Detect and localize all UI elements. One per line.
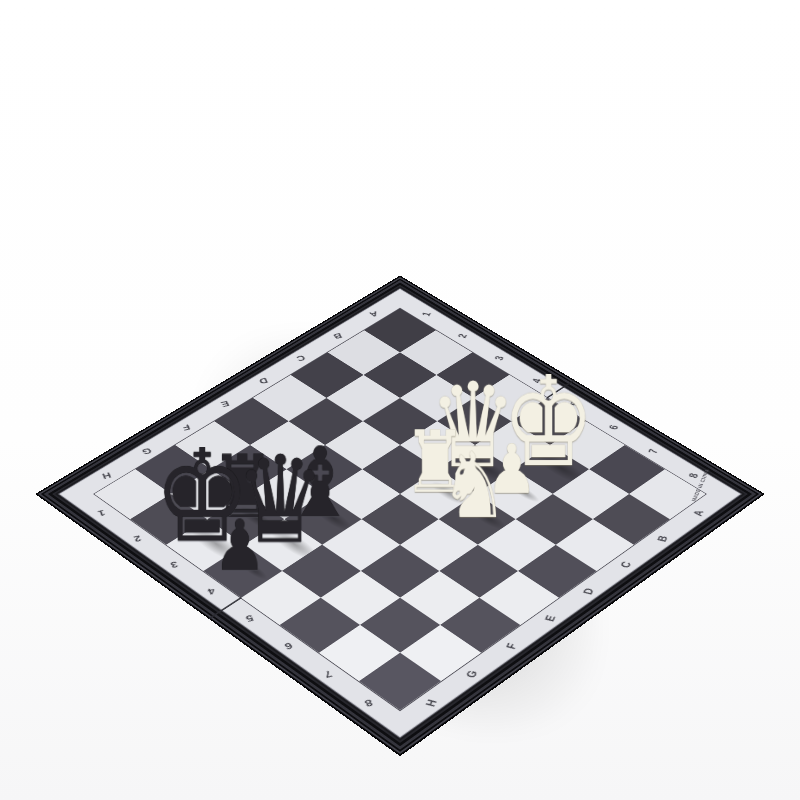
chess-set-scene: ♚♛♟♜♞♝♜♛♚♟ 11AA22BB33CC44DD55EE66FF77GG8… (142, 236, 658, 752)
coordinate-label-E: E (536, 608, 565, 628)
coordinate-label-A: A (685, 504, 712, 523)
piece-black-pawn-h4[interactable]: ♟ (213, 519, 266, 574)
coordinate-label-B: B (649, 529, 677, 548)
chess-grid: ♚♛♟♜♞♝♜♛♚♟ (95, 309, 706, 710)
coordinate-label-D: D (574, 581, 603, 601)
coordinate-label-2: 2 (124, 529, 152, 548)
coordinate-label-H: H (416, 692, 446, 713)
coordinate-label-F: F (497, 636, 526, 657)
coordinate-label-1: 1 (88, 504, 115, 523)
coordinate-band: ♚♛♟♜♞♝♜♛♚♟ 11AA22BB33CC44DD55EE66FF77GG8… (59, 289, 741, 738)
coordinate-label-H: H (93, 467, 120, 485)
coordinate-label-8: 8 (680, 467, 707, 485)
square-e5[interactable] (361, 494, 438, 545)
coordinate-label-G: G (457, 664, 487, 685)
chess-board-frame: ♚♛♟♜♞♝♜♛♚♟ 11AA22BB33CC44DD55EE66FF77GG8… (35, 276, 765, 757)
coordinate-label-C: C (612, 555, 640, 574)
piece-white-knight-d6[interactable]: ♞ (440, 450, 508, 521)
